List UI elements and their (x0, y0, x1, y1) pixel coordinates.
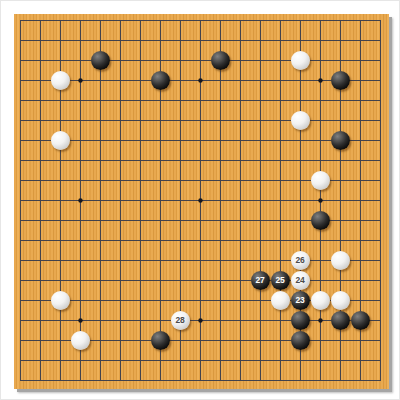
white-stone[interactable] (311, 291, 330, 310)
white-stone[interactable] (51, 291, 70, 310)
stones-layer: 262725242328 (10, 10, 390, 390)
go-diagram: 262725242328 (0, 0, 400, 400)
white-stone[interactable] (331, 251, 350, 270)
white-stone-numbered[interactable]: 24 (291, 271, 310, 290)
white-stone-numbered[interactable]: 26 (291, 251, 310, 270)
black-stone[interactable] (151, 331, 170, 350)
white-stone[interactable] (71, 331, 90, 350)
black-stone-numbered[interactable]: 23 (291, 291, 310, 310)
black-stone[interactable] (331, 71, 350, 90)
black-stone-numbered[interactable]: 25 (271, 271, 290, 290)
white-stone[interactable] (51, 131, 70, 150)
white-stone[interactable] (51, 71, 70, 90)
go-board[interactable]: 262725242328 (14, 14, 389, 389)
black-stone[interactable] (291, 331, 310, 350)
black-stone[interactable] (311, 211, 330, 230)
white-stone[interactable] (291, 111, 310, 130)
black-stone[interactable] (211, 51, 230, 70)
white-stone[interactable] (271, 291, 290, 310)
black-stone[interactable] (91, 51, 110, 70)
black-stone-numbered[interactable]: 27 (251, 271, 270, 290)
black-stone[interactable] (151, 71, 170, 90)
black-stone[interactable] (331, 131, 350, 150)
black-stone[interactable] (291, 311, 310, 330)
white-stone[interactable] (291, 51, 310, 70)
white-stone-numbered[interactable]: 28 (171, 311, 190, 330)
white-stone[interactable] (311, 171, 330, 190)
black-stone[interactable] (331, 311, 350, 330)
black-stone[interactable] (351, 311, 370, 330)
white-stone[interactable] (331, 291, 350, 310)
